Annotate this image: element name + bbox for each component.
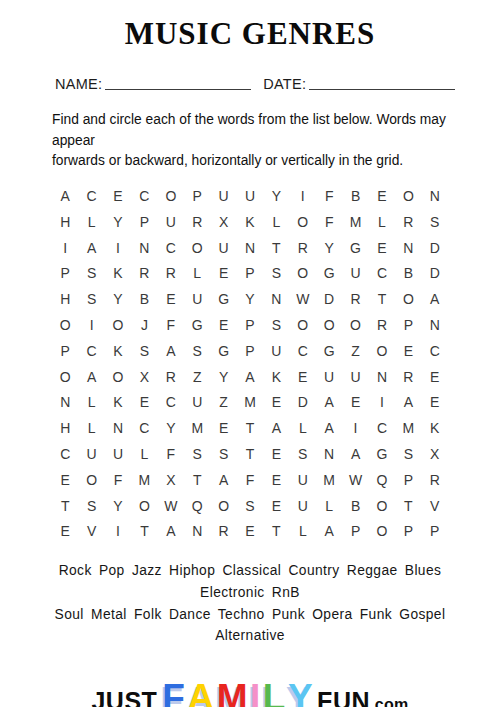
grid-cell[interactable]: K (263, 364, 289, 390)
grid-cell[interactable]: A (422, 286, 448, 312)
grid-cell[interactable]: L (290, 518, 316, 544)
grid-cell[interactable]: P (395, 312, 421, 338)
grid-cell[interactable]: T (184, 467, 210, 493)
wordsearch-grid: ACECOPUUYIFBEONHLYPURXKLOFMLRSIAINCOUNTR… (52, 183, 448, 544)
grid-cell[interactable]: B (131, 286, 157, 312)
grid-cell[interactable]: S (237, 493, 263, 519)
grid-cell[interactable]: E (263, 389, 289, 415)
grid-cell[interactable]: U (342, 364, 368, 390)
grid-cell[interactable]: G (184, 312, 210, 338)
grid-cell[interactable]: K (105, 260, 131, 286)
grid-cell[interactable]: Z (184, 364, 210, 390)
grid-cell[interactable]: D (422, 235, 448, 261)
grid-cell[interactable]: X (210, 209, 236, 235)
grid-cell[interactable]: U (158, 209, 184, 235)
grid-cell[interactable]: S (395, 441, 421, 467)
grid-cell[interactable]: S (263, 312, 289, 338)
grid-cell[interactable]: L (131, 441, 157, 467)
word-list: Rock Pop Jazz Hiphop Classical Country R… (0, 560, 500, 647)
grid-cell[interactable]: G (342, 235, 368, 261)
grid-cell[interactable]: N (395, 235, 421, 261)
grid-cell[interactable]: C (52, 441, 78, 467)
grid-cell[interactable]: G (210, 286, 236, 312)
grid-cell[interactable]: B (342, 493, 368, 519)
grid-cell[interactable]: A (78, 235, 104, 261)
grid-cell[interactable]: E (158, 286, 184, 312)
grid-cell[interactable]: F (158, 441, 184, 467)
grid-cell[interactable]: I (52, 235, 78, 261)
logo-letter-a: A (186, 677, 215, 707)
grid-cell[interactable]: F (237, 467, 263, 493)
grid-cell[interactable]: R (369, 312, 395, 338)
grid-cell[interactable]: L (78, 415, 104, 441)
grid-cell[interactable]: O (369, 338, 395, 364)
grid-cell[interactable]: M (395, 415, 421, 441)
grid-cell[interactable]: T (131, 518, 157, 544)
grid-cell[interactable]: N (316, 441, 342, 467)
grid-cell[interactable]: U (210, 235, 236, 261)
grid-cell[interactable]: S (78, 260, 104, 286)
grid-cell[interactable]: U (184, 286, 210, 312)
grid-cell[interactable]: R (395, 209, 421, 235)
grid-cell[interactable]: E (263, 493, 289, 519)
grid-cell[interactable]: M (131, 467, 157, 493)
grid-cell[interactable]: E (342, 389, 368, 415)
grid-cell[interactable]: L (290, 415, 316, 441)
grid-cell[interactable]: K (237, 209, 263, 235)
grid-cell[interactable]: U (263, 338, 289, 364)
date-field-line (309, 77, 455, 90)
grid-cell[interactable]: E (369, 235, 395, 261)
grid-cell[interactable]: L (78, 389, 104, 415)
logo-tld: .com (370, 696, 409, 707)
grid-cell[interactable]: L (369, 209, 395, 235)
grid-cell[interactable]: M (342, 209, 368, 235)
grid-cell[interactable]: E (369, 183, 395, 209)
grid-cell[interactable]: O (342, 312, 368, 338)
grid-cell[interactable]: A (263, 415, 289, 441)
grid-cell[interactable]: S (263, 260, 289, 286)
logo-letter-i: I (249, 677, 262, 707)
grid-cell[interactable]: C (78, 183, 104, 209)
grid-cell[interactable]: O (369, 518, 395, 544)
grid-cell[interactable]: P (342, 518, 368, 544)
grid-cell[interactable]: A (210, 467, 236, 493)
grid-cell[interactable]: E (290, 364, 316, 390)
grid-cell[interactable]: O (184, 235, 210, 261)
logo-just: JUST (91, 687, 157, 707)
grid-cell[interactable]: C (158, 389, 184, 415)
grid-cell[interactable]: V (422, 493, 448, 519)
grid-cell[interactable]: E (105, 183, 131, 209)
grid-cell[interactable]: U (78, 441, 104, 467)
grid-cell[interactable]: I (290, 183, 316, 209)
logo-family: FAMILY (161, 677, 314, 707)
grid-cell[interactable]: E (263, 441, 289, 467)
grid-cell[interactable]: O (290, 260, 316, 286)
grid-cell[interactable]: S (210, 441, 236, 467)
grid-cell[interactable]: P (131, 209, 157, 235)
grid-cell[interactable]: T (52, 493, 78, 519)
grid-cell[interactable]: E (52, 467, 78, 493)
grid-cell[interactable]: S (422, 209, 448, 235)
grid-cell[interactable]: O (210, 493, 236, 519)
grid-cell[interactable]: O (105, 364, 131, 390)
grid-cell[interactable]: K (105, 389, 131, 415)
grid-cell[interactable]: D (316, 286, 342, 312)
grid-cell[interactable]: V (78, 518, 104, 544)
grid-cell[interactable]: C (422, 338, 448, 364)
grid-cell[interactable]: G (369, 441, 395, 467)
logo-fun: FUN (317, 687, 370, 707)
grid-cell[interactable]: W (290, 286, 316, 312)
grid-cell[interactable]: W (342, 467, 368, 493)
grid-cell[interactable]: A (316, 415, 342, 441)
grid-cell[interactable]: J (131, 312, 157, 338)
grid-cell[interactable]: P (422, 518, 448, 544)
grid-cell[interactable]: N (105, 415, 131, 441)
grid-cell[interactable]: P (237, 338, 263, 364)
grid-cell[interactable]: L (263, 209, 289, 235)
grid-cell[interactable]: L (184, 260, 210, 286)
grid-cell[interactable]: U (290, 493, 316, 519)
grid-cell[interactable]: P (395, 467, 421, 493)
grid-cell[interactable]: X (131, 364, 157, 390)
grid-cell[interactable]: O (158, 183, 184, 209)
grid-cell[interactable]: P (237, 260, 263, 286)
grid-cell[interactable]: T (395, 493, 421, 519)
grid-cell[interactable]: P (237, 312, 263, 338)
grid-cell[interactable]: N (237, 235, 263, 261)
grid-cell[interactable]: O (395, 183, 421, 209)
grid-cell[interactable]: I (105, 518, 131, 544)
instructions: Find and circle each of the words from t… (52, 110, 460, 172)
grid-cell[interactable]: Z (342, 338, 368, 364)
grid-cell[interactable]: C (369, 415, 395, 441)
grid-cell[interactable]: U (342, 260, 368, 286)
grid-cell[interactable]: N (422, 183, 448, 209)
grid-cell[interactable]: U (210, 183, 236, 209)
logo-letter-l: L (262, 677, 287, 707)
grid-cell[interactable]: S (184, 338, 210, 364)
grid-cell[interactable]: U (290, 467, 316, 493)
grid-cell[interactable]: O (290, 312, 316, 338)
grid-cell[interactable]: Z (210, 389, 236, 415)
name-label: NAME: (55, 76, 102, 93)
grid-cell[interactable]: E (422, 389, 448, 415)
grid-cell[interactable]: R (395, 364, 421, 390)
grid-cell[interactable]: O (395, 286, 421, 312)
grid-cell[interactable]: G (316, 338, 342, 364)
grid-cell[interactable]: Q (369, 467, 395, 493)
grid-cell[interactable]: T (237, 415, 263, 441)
grid-cell[interactable]: N (263, 286, 289, 312)
grid-cell[interactable]: Y (105, 493, 131, 519)
logo-letter-m: M (216, 677, 249, 707)
grid-cell[interactable]: T (369, 286, 395, 312)
grid-cell[interactable]: E (237, 518, 263, 544)
grid-cell[interactable]: U (105, 441, 131, 467)
grid-cell[interactable]: Y (210, 364, 236, 390)
grid-cell[interactable]: M (237, 389, 263, 415)
page-title: MUSIC GENRES (0, 0, 500, 52)
grid-cell[interactable]: R (342, 286, 368, 312)
grid-cell[interactable]: I (369, 389, 395, 415)
grid-cell[interactable]: S (131, 338, 157, 364)
instructions-line-1: Find and circle each of the words from t… (52, 110, 460, 151)
grid-cell[interactable]: L (316, 493, 342, 519)
word-list-line: Soul Metal Folk Dance Techno Punk Opera … (0, 604, 500, 626)
grid-cell[interactable]: O (78, 467, 104, 493)
grid-cell[interactable]: S (290, 441, 316, 467)
grid-cell[interactable]: Q (184, 493, 210, 519)
grid-cell[interactable]: F (105, 467, 131, 493)
grid-cell[interactable]: U (237, 183, 263, 209)
grid-cell[interactable]: R (422, 467, 448, 493)
grid-cell[interactable]: E (210, 260, 236, 286)
grid-cell[interactable]: Y (158, 415, 184, 441)
grid-cell[interactable]: A (342, 441, 368, 467)
grid-cell[interactable]: E (210, 415, 236, 441)
grid-cell[interactable]: H (52, 286, 78, 312)
grid-cell[interactable]: M (184, 415, 210, 441)
grid-cell[interactable]: T (237, 441, 263, 467)
grid-cell[interactable]: E (210, 312, 236, 338)
grid-cell[interactable]: N (369, 364, 395, 390)
grid-cell[interactable]: P (395, 518, 421, 544)
grid-cell[interactable]: M (316, 467, 342, 493)
logo-letter-f: F (161, 677, 186, 707)
grid-cell[interactable]: O (316, 312, 342, 338)
grid-cell[interactable]: N (131, 235, 157, 261)
grid-cell[interactable]: N (52, 389, 78, 415)
grid-cell[interactable]: T (263, 518, 289, 544)
grid-cell[interactable]: A (158, 518, 184, 544)
grid-cell[interactable]: D (422, 260, 448, 286)
grid-cell[interactable]: D (290, 389, 316, 415)
grid-cell[interactable]: P (184, 183, 210, 209)
word-list-line: Electronic RnB (0, 582, 500, 604)
name-date-row: NAME: DATE: (55, 76, 455, 93)
grid-cell[interactable]: B (342, 183, 368, 209)
grid-cell[interactable]: C (78, 338, 104, 364)
grid-cell[interactable]: G (210, 338, 236, 364)
grid-cell[interactable]: A (52, 183, 78, 209)
grid-cell[interactable]: X (422, 441, 448, 467)
grid-cell[interactable]: E (131, 389, 157, 415)
grid-cell[interactable]: O (52, 312, 78, 338)
grid-cell[interactable]: R (290, 235, 316, 261)
grid-cell[interactable]: H (52, 209, 78, 235)
grid-cell[interactable]: Y (263, 183, 289, 209)
grid-cell[interactable]: A (316, 518, 342, 544)
grid-cell[interactable]: C (369, 260, 395, 286)
grid-cell[interactable]: R (210, 518, 236, 544)
grid-cell[interactable]: O (131, 493, 157, 519)
grid-cell[interactable]: B (395, 260, 421, 286)
grid-cell[interactable]: N (184, 518, 210, 544)
grid-cell[interactable]: P (52, 260, 78, 286)
word-list-line: Alternative (0, 625, 500, 647)
grid-cell[interactable]: U (184, 389, 210, 415)
grid-cell[interactable]: H (52, 415, 78, 441)
name-field-line (105, 77, 251, 90)
grid-cell[interactable]: T (263, 235, 289, 261)
grid-cell[interactable]: E (52, 518, 78, 544)
grid-cell[interactable]: F (158, 312, 184, 338)
grid-cell[interactable]: P (52, 338, 78, 364)
logo-letter-y: Y (287, 677, 314, 707)
grid-cell[interactable]: O (290, 209, 316, 235)
grid-cell[interactable]: Y (237, 286, 263, 312)
grid-cell[interactable]: R (158, 260, 184, 286)
grid-cell[interactable]: C (158, 235, 184, 261)
grid-cell[interactable]: S (184, 441, 210, 467)
footer-logo: JUST FAMILY FUN .com (0, 677, 500, 707)
grid-cell[interactable]: A (237, 364, 263, 390)
instructions-line-2: forwards or backward, horizontally or ve… (52, 151, 460, 172)
grid-cell[interactable]: R (158, 364, 184, 390)
grid-cell[interactable]: A (158, 338, 184, 364)
grid-cell[interactable]: A (316, 389, 342, 415)
grid-cell[interactable]: C (290, 338, 316, 364)
worksheet-page: MUSIC GENRES NAME: DATE: Find and circle… (0, 0, 500, 707)
grid-cell[interactable]: N (422, 312, 448, 338)
grid-cell[interactable]: I (342, 415, 368, 441)
grid-cell[interactable]: Y (105, 286, 131, 312)
grid-cell[interactable]: C (131, 415, 157, 441)
grid-cell[interactable]: A (78, 364, 104, 390)
word-list-line: Rock Pop Jazz Hiphop Classical Country R… (0, 560, 500, 582)
grid-cell[interactable]: I (105, 235, 131, 261)
grid-cell[interactable]: W (158, 493, 184, 519)
grid-cell[interactable]: A (395, 389, 421, 415)
grid-cell[interactable]: K (422, 415, 448, 441)
grid-cell[interactable]: R (184, 209, 210, 235)
grid-cell[interactable]: K (105, 338, 131, 364)
grid-cell[interactable]: O (369, 493, 395, 519)
grid-cell[interactable]: F (316, 183, 342, 209)
grid-cell[interactable]: F (316, 209, 342, 235)
grid-cell[interactable]: I (78, 312, 104, 338)
grid-cell[interactable]: Y (105, 209, 131, 235)
grid-cell[interactable]: E (263, 467, 289, 493)
grid-cell[interactable]: O (105, 312, 131, 338)
grid-cell[interactable]: X (158, 467, 184, 493)
grid-cell[interactable]: L (78, 209, 104, 235)
grid-cell[interactable]: R (131, 260, 157, 286)
grid-cell[interactable]: G (316, 260, 342, 286)
grid-cell[interactable]: S (78, 286, 104, 312)
grid-cell[interactable]: E (422, 364, 448, 390)
grid-cell[interactable]: Y (316, 235, 342, 261)
date-label: DATE: (263, 76, 306, 93)
grid-cell[interactable]: C (131, 183, 157, 209)
grid-cell[interactable]: E (395, 338, 421, 364)
grid-cell[interactable]: U (316, 364, 342, 390)
grid-cell[interactable]: S (78, 493, 104, 519)
grid-cell[interactable]: O (52, 364, 78, 390)
